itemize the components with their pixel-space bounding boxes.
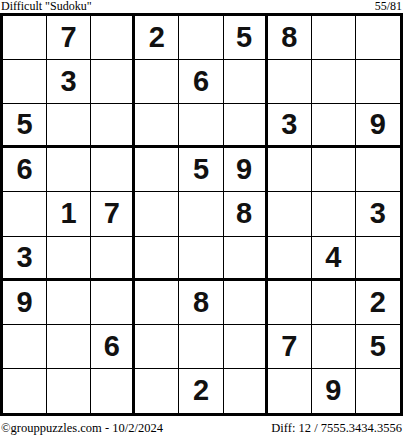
cell-r1c6[interactable]: 5: [224, 16, 268, 60]
cell-r8c2[interactable]: [47, 325, 91, 369]
cell-r5c9[interactable]: 3: [356, 192, 400, 236]
cell-r7c6[interactable]: [224, 281, 268, 325]
cell-r7c9[interactable]: 2: [356, 281, 400, 325]
cell-r4c5[interactable]: 5: [179, 148, 223, 192]
cell-r8c5[interactable]: [179, 325, 223, 369]
cell-r5c7[interactable]: [268, 192, 312, 236]
cell-r6c4[interactable]: [135, 237, 179, 281]
cell-r6c6[interactable]: [224, 237, 268, 281]
cell-r8c9[interactable]: 5: [356, 325, 400, 369]
cell-r5c4[interactable]: [135, 192, 179, 236]
copyright-date: ©grouppuzzles.com - 10/2/2024: [1, 421, 163, 435]
cell-r2c1[interactable]: [3, 60, 47, 104]
cell-r8c7[interactable]: 7: [268, 325, 312, 369]
cell-r1c9[interactable]: [356, 16, 400, 60]
cell-r9c2[interactable]: [47, 369, 91, 413]
cell-r9c6[interactable]: [224, 369, 268, 413]
cell-r5c5[interactable]: [179, 192, 223, 236]
cell-r6c9[interactable]: [356, 237, 400, 281]
cell-r7c1[interactable]: 9: [3, 281, 47, 325]
cell-r8c4[interactable]: [135, 325, 179, 369]
cell-r7c7[interactable]: [268, 281, 312, 325]
cell-r9c5[interactable]: 2: [179, 369, 223, 413]
cell-r7c2[interactable]: [47, 281, 91, 325]
cell-r3c8[interactable]: [312, 104, 356, 148]
cell-r1c7[interactable]: 8: [268, 16, 312, 60]
cell-r2c7[interactable]: [268, 60, 312, 104]
cell-r5c6[interactable]: 8: [224, 192, 268, 236]
cell-r6c3[interactable]: [91, 237, 135, 281]
cell-r1c1[interactable]: [3, 16, 47, 60]
cell-r8c1[interactable]: [3, 325, 47, 369]
cell-r4c3[interactable]: [91, 148, 135, 192]
empty-cell-counter: 55/81: [375, 0, 402, 12]
cell-r2c9[interactable]: [356, 60, 400, 104]
cell-r2c6[interactable]: [224, 60, 268, 104]
cell-r7c5[interactable]: 8: [179, 281, 223, 325]
cell-r9c9[interactable]: [356, 369, 400, 413]
cell-r9c4[interactable]: [135, 369, 179, 413]
cell-r4c7[interactable]: [268, 148, 312, 192]
sudoku-page: Difficult "Sudoku" 55/81 725836539659178…: [0, 0, 403, 437]
cell-r9c1[interactable]: [3, 369, 47, 413]
cell-r3c5[interactable]: [179, 104, 223, 148]
cell-r7c4[interactable]: [135, 281, 179, 325]
cell-r9c8[interactable]: 9: [312, 369, 356, 413]
cell-r3c2[interactable]: [47, 104, 91, 148]
cell-r1c4[interactable]: 2: [135, 16, 179, 60]
cell-r4c9[interactable]: [356, 148, 400, 192]
cell-r1c8[interactable]: [312, 16, 356, 60]
cell-r4c6[interactable]: 9: [224, 148, 268, 192]
cell-r4c8[interactable]: [312, 148, 356, 192]
cell-r2c2[interactable]: 3: [47, 60, 91, 104]
cell-r8c3[interactable]: 6: [91, 325, 135, 369]
page-footer: ©grouppuzzles.com - 10/2/2024 Diff: 12 /…: [0, 419, 403, 435]
cell-r4c1[interactable]: 6: [3, 148, 47, 192]
cell-r8c6[interactable]: [224, 325, 268, 369]
cell-r9c7[interactable]: [268, 369, 312, 413]
sudoku-board: 72583653965917833498267529: [0, 13, 403, 416]
cell-r6c2[interactable]: [47, 237, 91, 281]
cell-r2c8[interactable]: [312, 60, 356, 104]
cell-r1c5[interactable]: [179, 16, 223, 60]
cell-r6c8[interactable]: 4: [312, 237, 356, 281]
cell-r3c9[interactable]: 9: [356, 104, 400, 148]
cell-r6c7[interactable]: [268, 237, 312, 281]
cell-r9c3[interactable]: [91, 369, 135, 413]
puzzle-title: Difficult "Sudoku": [1, 0, 92, 12]
cell-r5c2[interactable]: 1: [47, 192, 91, 236]
cell-r5c8[interactable]: [312, 192, 356, 236]
cell-r7c8[interactable]: [312, 281, 356, 325]
cell-r4c4[interactable]: [135, 148, 179, 192]
cell-r3c3[interactable]: [91, 104, 135, 148]
cell-r8c8[interactable]: [312, 325, 356, 369]
cell-r2c5[interactable]: 6: [179, 60, 223, 104]
cell-r1c2[interactable]: 7: [47, 16, 91, 60]
cell-r4c2[interactable]: [47, 148, 91, 192]
page-header: Difficult "Sudoku" 55/81: [0, 0, 403, 13]
cell-r6c5[interactable]: [179, 237, 223, 281]
cell-r2c4[interactable]: [135, 60, 179, 104]
cell-r7c3[interactable]: [91, 281, 135, 325]
cell-r3c6[interactable]: [224, 104, 268, 148]
cell-r3c1[interactable]: 5: [3, 104, 47, 148]
cell-r2c3[interactable]: [91, 60, 135, 104]
cell-r5c3[interactable]: 7: [91, 192, 135, 236]
difficulty-rating: Diff: 12 / 7555.3434.3556: [271, 421, 402, 435]
cell-r5c1[interactable]: [3, 192, 47, 236]
cell-r3c7[interactable]: 3: [268, 104, 312, 148]
cell-r6c1[interactable]: 3: [3, 237, 47, 281]
cell-r3c4[interactable]: [135, 104, 179, 148]
cell-r1c3[interactable]: [91, 16, 135, 60]
